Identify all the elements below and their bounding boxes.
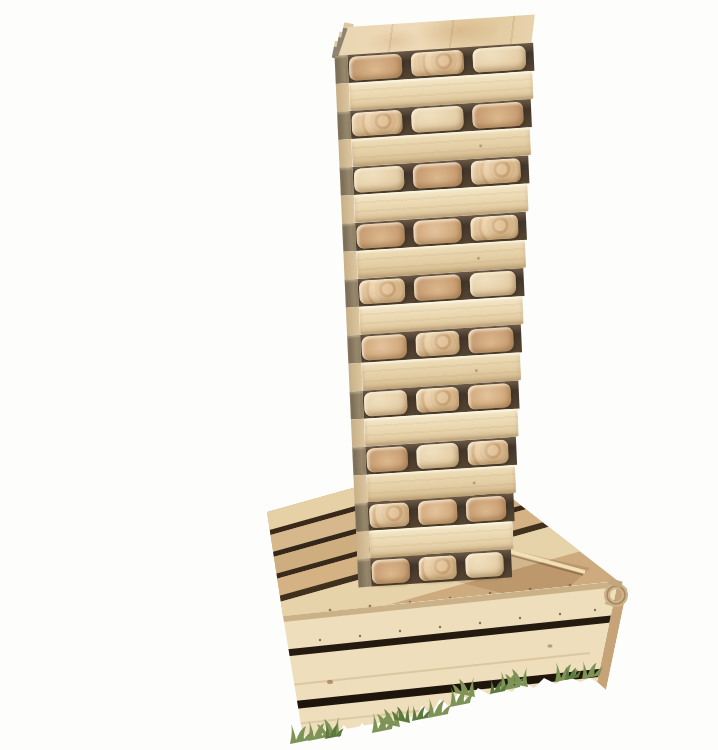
tower-left-side — [345, 279, 359, 308]
tower-left-side — [335, 55, 349, 84]
jenga-block[interactable] — [411, 106, 463, 133]
tower-left-side — [353, 475, 367, 504]
tower-left-side — [356, 531, 370, 560]
jenga-block[interactable] — [410, 49, 464, 76]
jenga-block[interactable] — [351, 110, 403, 137]
jenga-block[interactable] — [366, 446, 408, 473]
jenga-block[interactable] — [416, 443, 458, 470]
tower-left-side — [357, 559, 371, 588]
jenga-tower — [333, 8, 570, 591]
jenga-block[interactable] — [465, 552, 504, 578]
jenga-block[interactable] — [468, 327, 514, 354]
jenga-block[interactable] — [412, 162, 463, 189]
jenga-block[interactable] — [472, 102, 524, 129]
jenga-block[interactable] — [364, 390, 408, 417]
tower-left-side — [355, 503, 369, 532]
jenga-block[interactable] — [359, 278, 406, 305]
tower-left-side — [352, 447, 366, 476]
jenga-block[interactable] — [470, 214, 519, 241]
jenga-block[interactable] — [466, 496, 507, 523]
tower-left-side — [347, 335, 361, 364]
tower-left-side — [340, 167, 354, 196]
jenga-block[interactable] — [467, 439, 509, 466]
jenga-block[interactable] — [416, 386, 460, 413]
jenga-block[interactable] — [369, 502, 410, 529]
tower-layers — [335, 43, 558, 588]
jenga-block[interactable] — [471, 158, 522, 185]
tower-left-side — [338, 139, 352, 168]
jenga-block[interactable] — [418, 555, 457, 581]
jenga-block[interactable] — [415, 330, 461, 357]
tower-left-side — [346, 307, 360, 336]
jenga-block[interactable] — [356, 222, 405, 249]
tower-left-side — [350, 391, 364, 420]
jenga-block[interactable] — [413, 218, 462, 245]
tower-left-side — [351, 419, 365, 448]
tower-left-side — [337, 111, 351, 140]
tower-left-side — [348, 363, 362, 392]
tower-left-side — [343, 251, 357, 280]
jenga-block[interactable] — [361, 334, 407, 361]
product-photo-stage — [0, 0, 718, 750]
jenga-block[interactable] — [349, 54, 403, 81]
jenga-block[interactable] — [414, 274, 461, 301]
tower-left-side — [336, 83, 350, 112]
jenga-block[interactable] — [354, 166, 405, 193]
jenga-block[interactable] — [469, 270, 516, 297]
jenga-block[interactable] — [472, 45, 526, 72]
jenga-block[interactable] — [417, 499, 458, 526]
tower-left-side — [341, 195, 355, 224]
jenga-block[interactable] — [371, 558, 410, 584]
tower-left-side — [342, 223, 356, 252]
jenga-block[interactable] — [468, 383, 512, 410]
